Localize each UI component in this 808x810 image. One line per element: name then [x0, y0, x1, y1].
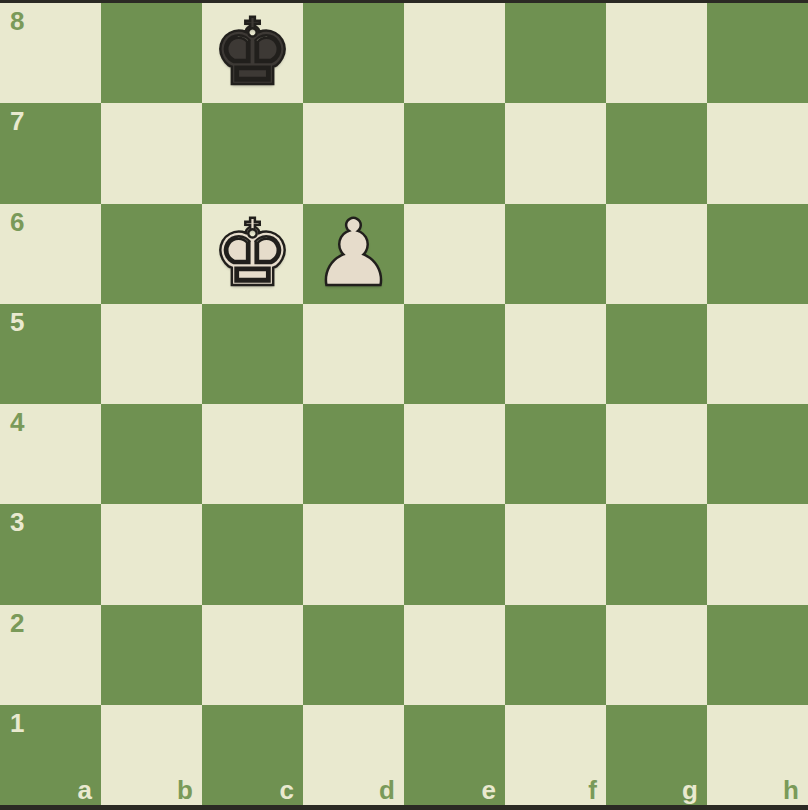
square-b1[interactable]: b	[101, 705, 202, 805]
square-b8[interactable]	[101, 3, 202, 103]
square-b7[interactable]	[101, 103, 202, 203]
square-f3[interactable]	[505, 504, 606, 604]
rank-label-7: 7	[10, 108, 24, 134]
square-a4[interactable]: 4	[0, 404, 101, 504]
chess-board: 8♚76♚♟54321abcdefgh	[0, 3, 808, 805]
square-a7[interactable]: 7	[0, 103, 101, 203]
square-a8[interactable]: 8	[0, 3, 101, 103]
white-pawn[interactable]: ♟	[303, 204, 404, 304]
black-king[interactable]: ♚	[202, 3, 303, 103]
square-g3[interactable]	[606, 504, 707, 604]
square-e4[interactable]	[404, 404, 505, 504]
rank-label-1: 1	[10, 710, 24, 736]
rank-label-8: 8	[10, 8, 24, 34]
square-a6[interactable]: 6	[0, 204, 101, 304]
square-g2[interactable]	[606, 605, 707, 705]
chess-board-window: 8♚76♚♟54321abcdefgh	[0, 0, 808, 810]
square-d4[interactable]	[303, 404, 404, 504]
square-c1[interactable]: c	[202, 705, 303, 805]
white-king[interactable]: ♚	[202, 204, 303, 304]
board-frame-bottom	[0, 805, 808, 810]
square-c6[interactable]: ♚	[202, 204, 303, 304]
square-h1[interactable]: h	[707, 705, 808, 805]
square-f7[interactable]	[505, 103, 606, 203]
square-g7[interactable]	[606, 103, 707, 203]
square-a5[interactable]: 5	[0, 304, 101, 404]
square-g5[interactable]	[606, 304, 707, 404]
square-e3[interactable]	[404, 504, 505, 604]
file-label-c: c	[280, 777, 294, 803]
square-h4[interactable]	[707, 404, 808, 504]
square-h3[interactable]	[707, 504, 808, 604]
square-b3[interactable]	[101, 504, 202, 604]
square-e2[interactable]	[404, 605, 505, 705]
square-a3[interactable]: 3	[0, 504, 101, 604]
square-f8[interactable]	[505, 3, 606, 103]
square-a2[interactable]: 2	[0, 605, 101, 705]
square-f2[interactable]	[505, 605, 606, 705]
square-d1[interactable]: d	[303, 705, 404, 805]
square-f1[interactable]: f	[505, 705, 606, 805]
file-label-b: b	[177, 777, 193, 803]
square-h6[interactable]	[707, 204, 808, 304]
square-e5[interactable]	[404, 304, 505, 404]
square-b6[interactable]	[101, 204, 202, 304]
square-f6[interactable]	[505, 204, 606, 304]
square-d2[interactable]	[303, 605, 404, 705]
file-label-g: g	[682, 777, 698, 803]
file-label-f: f	[588, 777, 597, 803]
square-c8[interactable]: ♚	[202, 3, 303, 103]
square-b5[interactable]	[101, 304, 202, 404]
file-label-e: e	[482, 777, 496, 803]
square-e7[interactable]	[404, 103, 505, 203]
square-c2[interactable]	[202, 605, 303, 705]
square-d5[interactable]	[303, 304, 404, 404]
file-label-d: d	[379, 777, 395, 803]
rank-label-5: 5	[10, 309, 24, 335]
square-d8[interactable]	[303, 3, 404, 103]
square-h8[interactable]	[707, 3, 808, 103]
square-e1[interactable]: e	[404, 705, 505, 805]
rank-label-6: 6	[10, 209, 24, 235]
square-c3[interactable]	[202, 504, 303, 604]
rank-label-2: 2	[10, 610, 24, 636]
square-e6[interactable]	[404, 204, 505, 304]
square-d3[interactable]	[303, 504, 404, 604]
square-d7[interactable]	[303, 103, 404, 203]
file-label-a: a	[78, 777, 92, 803]
square-f5[interactable]	[505, 304, 606, 404]
rank-label-3: 3	[10, 509, 24, 535]
square-g4[interactable]	[606, 404, 707, 504]
square-h2[interactable]	[707, 605, 808, 705]
rank-label-4: 4	[10, 409, 24, 435]
square-c5[interactable]	[202, 304, 303, 404]
square-h7[interactable]	[707, 103, 808, 203]
square-h5[interactable]	[707, 304, 808, 404]
square-b4[interactable]	[101, 404, 202, 504]
square-c7[interactable]	[202, 103, 303, 203]
square-a1[interactable]: 1a	[0, 705, 101, 805]
square-g8[interactable]	[606, 3, 707, 103]
square-g6[interactable]	[606, 204, 707, 304]
file-label-h: h	[783, 777, 799, 803]
square-c4[interactable]	[202, 404, 303, 504]
square-f4[interactable]	[505, 404, 606, 504]
square-d6[interactable]: ♟	[303, 204, 404, 304]
square-e8[interactable]	[404, 3, 505, 103]
square-b2[interactable]	[101, 605, 202, 705]
square-g1[interactable]: g	[606, 705, 707, 805]
